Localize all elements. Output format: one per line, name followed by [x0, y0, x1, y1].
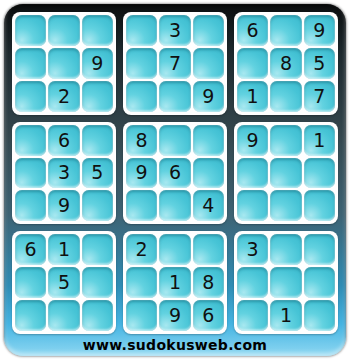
cell-r3c8[interactable] [270, 81, 301, 112]
cell-r4c9: 1 [304, 125, 335, 156]
cell-r3c5[interactable] [159, 81, 190, 112]
given-digit: 3 [247, 240, 259, 259]
cell-r8c8[interactable] [270, 267, 301, 298]
cell-r8c6: 8 [193, 267, 224, 298]
given-digit: 9 [169, 306, 181, 325]
cell-r5c6[interactable] [193, 158, 224, 189]
cell-r2c1[interactable] [15, 48, 46, 79]
box-1-2: 379 [123, 12, 227, 115]
cell-r8c7[interactable] [237, 267, 268, 298]
sudoku-board: 9237969851763598964916152189631 www.sudo… [4, 4, 346, 356]
cell-r2c8: 8 [270, 48, 301, 79]
given-digit: 9 [202, 87, 214, 106]
given-digit: 9 [247, 131, 259, 150]
cell-r5c3: 5 [82, 158, 113, 189]
cell-r8c2: 5 [48, 267, 79, 298]
given-digit: 6 [169, 163, 181, 182]
cell-r5c2: 3 [48, 158, 79, 189]
cell-r2c7[interactable] [237, 48, 268, 79]
board-grid: 9237969851763598964916152189631 [12, 12, 338, 334]
cell-r8c9[interactable] [304, 267, 335, 298]
cell-r2c4[interactable] [126, 48, 157, 79]
given-digit: 1 [247, 87, 259, 106]
cell-r4c3[interactable] [82, 125, 113, 156]
given-digit: 9 [136, 163, 148, 182]
given-digit: 5 [313, 54, 325, 73]
cell-r1c4[interactable] [126, 15, 157, 46]
cell-r7c3[interactable] [82, 234, 113, 265]
given-digit: 8 [136, 131, 148, 150]
cell-r8c1[interactable] [15, 267, 46, 298]
cell-r6c3[interactable] [82, 190, 113, 221]
cell-r2c2[interactable] [48, 48, 79, 79]
given-digit: 5 [58, 273, 70, 292]
cell-r6c8[interactable] [270, 190, 301, 221]
given-digit: 6 [247, 21, 259, 40]
cell-r7c8[interactable] [270, 234, 301, 265]
cell-r1c9: 9 [304, 15, 335, 46]
cell-r3c7: 1 [237, 81, 268, 112]
cell-r1c6[interactable] [193, 15, 224, 46]
cell-r5c1[interactable] [15, 158, 46, 189]
cell-r8c3[interactable] [82, 267, 113, 298]
cell-r3c3[interactable] [82, 81, 113, 112]
cell-r1c1[interactable] [15, 15, 46, 46]
cell-r7c5[interactable] [159, 234, 190, 265]
cell-r6c7[interactable] [237, 190, 268, 221]
cell-r1c2[interactable] [48, 15, 79, 46]
cell-r4c2: 6 [48, 125, 79, 156]
cell-r9c3[interactable] [82, 300, 113, 331]
cell-r7c6[interactable] [193, 234, 224, 265]
cell-r8c5: 1 [159, 267, 190, 298]
given-digit: 8 [280, 54, 292, 73]
given-digit: 4 [202, 196, 214, 215]
cell-r3c9: 7 [304, 81, 335, 112]
given-digit: 1 [169, 273, 181, 292]
cell-r2c5: 7 [159, 48, 190, 79]
cell-r9c9[interactable] [304, 300, 335, 331]
cell-r9c7[interactable] [237, 300, 268, 331]
given-digit: 9 [91, 54, 103, 73]
given-digit: 5 [91, 163, 103, 182]
given-digit: 2 [58, 87, 70, 106]
cell-r6c6: 4 [193, 190, 224, 221]
cell-r4c7: 9 [237, 125, 268, 156]
cell-r3c6: 9 [193, 81, 224, 112]
cell-r9c6: 6 [193, 300, 224, 331]
box-1-3: 698517 [234, 12, 338, 115]
cell-r4c5[interactable] [159, 125, 190, 156]
cell-r7c9[interactable] [304, 234, 335, 265]
cell-r9c1[interactable] [15, 300, 46, 331]
given-digit: 1 [313, 131, 325, 150]
cell-r4c8[interactable] [270, 125, 301, 156]
box-3-3: 31 [234, 231, 338, 334]
cell-r7c4: 2 [126, 234, 157, 265]
footer: www.sudokusweb.com [12, 335, 338, 355]
cell-r4c6[interactable] [193, 125, 224, 156]
cell-r9c4[interactable] [126, 300, 157, 331]
box-1-1: 92 [12, 12, 116, 115]
cell-r4c4: 8 [126, 125, 157, 156]
footer-link[interactable]: www.sudokusweb.com [83, 337, 267, 353]
cell-r5c4: 9 [126, 158, 157, 189]
given-digit: 9 [313, 21, 325, 40]
cell-r2c9: 5 [304, 48, 335, 79]
given-digit: 2 [136, 240, 148, 259]
cell-r9c5: 9 [159, 300, 190, 331]
cell-r7c1: 6 [15, 234, 46, 265]
given-digit: 9 [58, 196, 70, 215]
cell-r6c5[interactable] [159, 190, 190, 221]
cell-r1c5: 3 [159, 15, 190, 46]
given-digit: 6 [202, 306, 214, 325]
cell-r3c1[interactable] [15, 81, 46, 112]
given-digit: 8 [202, 273, 214, 292]
box-2-2: 8964 [123, 122, 227, 225]
cell-r7c2: 1 [48, 234, 79, 265]
box-3-1: 615 [12, 231, 116, 334]
cell-r3c4[interactable] [126, 81, 157, 112]
given-digit: 7 [169, 54, 181, 73]
given-digit: 6 [25, 240, 37, 259]
cell-r1c3[interactable] [82, 15, 113, 46]
cell-r5c9[interactable] [304, 158, 335, 189]
given-digit: 3 [58, 163, 70, 182]
cell-r2c6[interactable] [193, 48, 224, 79]
cell-r1c8[interactable] [270, 15, 301, 46]
cell-r3c2: 2 [48, 81, 79, 112]
box-2-3: 91 [234, 122, 338, 225]
cell-r1c7: 6 [237, 15, 268, 46]
cell-r8c4[interactable] [126, 267, 157, 298]
given-digit: 1 [58, 240, 70, 259]
given-digit: 7 [313, 87, 325, 106]
cell-r5c5: 6 [159, 158, 190, 189]
cell-r6c9[interactable] [304, 190, 335, 221]
cell-r9c2[interactable] [48, 300, 79, 331]
cell-r5c7[interactable] [237, 158, 268, 189]
cell-r6c1[interactable] [15, 190, 46, 221]
given-digit: 6 [58, 131, 70, 150]
cell-r6c4[interactable] [126, 190, 157, 221]
given-digit: 1 [280, 306, 292, 325]
cell-r7c7: 3 [237, 234, 268, 265]
box-2-1: 6359 [12, 122, 116, 225]
cell-r2c3: 9 [82, 48, 113, 79]
cell-r5c8[interactable] [270, 158, 301, 189]
cell-r6c2: 9 [48, 190, 79, 221]
cell-r9c8: 1 [270, 300, 301, 331]
cell-r4c1[interactable] [15, 125, 46, 156]
box-3-2: 21896 [123, 231, 227, 334]
given-digit: 3 [169, 21, 181, 40]
